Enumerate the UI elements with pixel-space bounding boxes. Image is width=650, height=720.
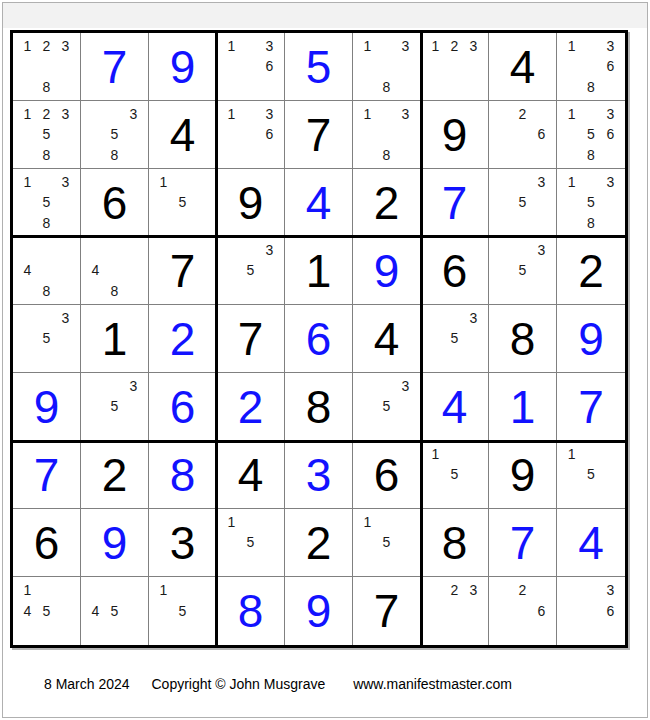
cell-value: 5 [306, 44, 332, 90]
cell-r5c1[interactable]: 35 [13, 305, 81, 373]
cell-r8c9[interactable]: 4 [557, 509, 625, 577]
candidate-digit: 8 [377, 145, 396, 165]
candidate-digit: 3 [601, 580, 620, 601]
cell-r7c4[interactable]: 4 [217, 441, 285, 509]
cell-r3c9[interactable]: 1358 [557, 169, 625, 237]
cell-r2c7[interactable]: 9 [421, 101, 489, 169]
cell-r6c4[interactable]: 2 [217, 373, 285, 441]
candidate-grid: 138 [358, 36, 415, 97]
cell-r7c5[interactable]: 3 [285, 441, 353, 509]
cell-value: 7 [170, 248, 196, 294]
cell-r9c7[interactable]: 23 [421, 577, 489, 645]
candidate-digit: 5 [377, 532, 396, 552]
candidate-digit: 8 [37, 281, 56, 301]
candidate-grid: 15 [222, 512, 279, 573]
cell-value: 8 [442, 520, 468, 566]
candidate-digit: 1 [358, 512, 377, 532]
cell-r3c4[interactable]: 9 [217, 169, 285, 237]
cell-r6c3[interactable]: 6 [149, 373, 217, 441]
candidate-grid: 15 [358, 512, 415, 573]
cell-value: 4 [374, 316, 400, 362]
cell-r4c2[interactable]: 48 [81, 237, 149, 305]
candidate-grid: 145 [18, 580, 75, 642]
cell-r3c8[interactable]: 35 [489, 169, 557, 237]
cell-value: 4 [170, 112, 196, 158]
candidate-digit: 1 [154, 172, 173, 192]
candidate-digit: 1 [358, 104, 377, 124]
candidate-digit: 6 [601, 124, 620, 144]
cell-value: 7 [238, 316, 264, 362]
cell-value: 7 [442, 180, 468, 226]
candidate-digit: 5 [173, 192, 192, 212]
cell-value: 8 [238, 588, 264, 634]
cell-r6c9[interactable]: 7 [557, 373, 625, 441]
cell-r1c2[interactable]: 7 [81, 33, 149, 101]
cell-value: 8 [306, 384, 332, 430]
cell-r9c9[interactable]: 36 [557, 577, 625, 645]
candidate-digit: 5 [105, 124, 124, 144]
candidate-grid: 358 [86, 104, 143, 165]
cell-r9c8[interactable]: 26 [489, 577, 557, 645]
cell-r9c1[interactable]: 145 [13, 577, 81, 645]
candidate-grid: 15 [154, 172, 211, 233]
cell-r9c6[interactable]: 7 [353, 577, 421, 645]
candidate-digit: 2 [37, 36, 56, 56]
cell-r1c4[interactable]: 136 [217, 33, 285, 101]
cell-value: 2 [238, 384, 264, 430]
cell-value: 6 [102, 180, 128, 226]
cell-r7c6[interactable]: 6 [353, 441, 421, 509]
cell-r3c5[interactable]: 4 [285, 169, 353, 237]
candidate-digit: 3 [601, 104, 620, 124]
candidate-grid: 35 [18, 308, 75, 369]
candidate-digit: 5 [105, 396, 124, 416]
cell-r1c3[interactable]: 9 [149, 33, 217, 101]
cell-r4c4[interactable]: 35 [217, 237, 285, 305]
candidate-grid: 45 [86, 580, 143, 642]
cell-value: 4 [510, 44, 536, 90]
candidate-grid: 12358 [18, 104, 75, 165]
cell-value: 2 [102, 452, 128, 498]
candidate-digit: 6 [601, 601, 620, 622]
candidate-digit: 3 [56, 104, 75, 124]
cell-r9c2[interactable]: 45 [81, 577, 149, 645]
candidate-digit: 3 [532, 172, 551, 192]
cell-r8c7[interactable]: 8 [421, 509, 489, 577]
candidate-digit: 1 [18, 104, 37, 124]
candidate-digit: 5 [241, 260, 260, 280]
candidate-digit: 4 [18, 601, 37, 622]
candidate-digit: 4 [86, 260, 105, 280]
footer-date: 8 March 2024 [44, 676, 130, 692]
candidate-digit: 2 [513, 580, 532, 601]
candidate-grid: 1358 [18, 172, 75, 233]
cell-r2c1[interactable]: 12358 [13, 101, 81, 169]
candidate-digit: 4 [18, 260, 37, 280]
cell-r6c6[interactable]: 35 [353, 373, 421, 441]
cell-value: 2 [578, 248, 604, 294]
cell-value: 9 [102, 520, 128, 566]
candidate-digit: 3 [601, 172, 620, 192]
candidate-digit: 1 [426, 444, 445, 464]
cell-value: 9 [34, 384, 60, 430]
cell-r3c7[interactable]: 7 [421, 169, 489, 237]
candidate-digit: 5 [377, 396, 396, 416]
candidate-digit: 3 [396, 104, 415, 124]
cell-r7c2[interactable]: 2 [81, 441, 149, 509]
candidate-digit: 3 [56, 36, 75, 56]
cell-value: 8 [170, 452, 196, 498]
cell-value: 6 [170, 384, 196, 430]
cell-value: 3 [170, 520, 196, 566]
cell-value: 2 [306, 520, 332, 566]
candidate-digit: 8 [581, 77, 600, 97]
box-divider [420, 33, 423, 645]
candidate-digit: 2 [445, 36, 464, 56]
cell-r2c9[interactable]: 13568 [557, 101, 625, 169]
cell-r1c5[interactable]: 5 [285, 33, 353, 101]
cell-r3c3[interactable]: 15 [149, 169, 217, 237]
candidate-grid: 23 [426, 580, 483, 642]
cell-r8c5[interactable]: 2 [285, 509, 353, 577]
candidate-digit: 8 [37, 77, 56, 97]
candidate-digit: 3 [124, 104, 143, 124]
cell-r2c2[interactable]: 358 [81, 101, 149, 169]
candidate-digit: 2 [513, 104, 532, 124]
candidate-digit: 6 [532, 124, 551, 144]
cell-value: 7 [374, 588, 400, 634]
candidate-grid: 123 [426, 36, 483, 97]
candidate-digit: 5 [37, 192, 56, 212]
cell-r8c3[interactable]: 3 [149, 509, 217, 577]
cell-value: 9 [170, 44, 196, 90]
cell-r8c2[interactable]: 9 [81, 509, 149, 577]
candidate-digit: 5 [581, 124, 600, 144]
candidate-digit: 6 [260, 124, 279, 144]
candidate-grid: 26 [494, 104, 551, 165]
candidate-digit: 1 [426, 36, 445, 56]
candidate-digit: 1 [358, 36, 377, 56]
cell-value: 4 [442, 384, 468, 430]
candidate-digit: 5 [241, 532, 260, 552]
cell-r5c2[interactable]: 1 [81, 305, 149, 373]
cell-value: 9 [578, 316, 604, 362]
candidate-digit: 5 [37, 328, 56, 348]
cell-r1c1[interactable]: 1238 [13, 33, 81, 101]
candidate-grid: 35 [426, 308, 483, 369]
cell-r4c5[interactable]: 1 [285, 237, 353, 305]
candidate-grid: 26 [494, 580, 551, 642]
candidate-digit: 3 [601, 36, 620, 56]
candidate-digit: 5 [37, 124, 56, 144]
candidate-grid: 35 [222, 240, 279, 301]
cell-r1c9[interactable]: 1368 [557, 33, 625, 101]
cell-r9c5[interactable]: 9 [285, 577, 353, 645]
cell-r2c3[interactable]: 4 [149, 101, 217, 169]
candidate-digit: 6 [260, 56, 279, 76]
candidate-digit: 3 [464, 36, 483, 56]
cell-value: 6 [442, 248, 468, 294]
cell-r1c8[interactable]: 4 [489, 33, 557, 101]
candidate-digit: 8 [37, 213, 56, 233]
cell-r4c1[interactable]: 48 [13, 237, 81, 305]
cell-r1c6[interactable]: 138 [353, 33, 421, 101]
candidate-digit: 2 [37, 104, 56, 124]
candidate-digit: 5 [513, 192, 532, 212]
candidate-grid: 13568 [562, 104, 620, 165]
cell-value: 7 [306, 112, 332, 158]
candidate-grid: 1368 [562, 36, 620, 97]
candidate-digit: 6 [601, 56, 620, 76]
candidate-digit: 1 [18, 580, 37, 601]
candidate-digit: 3 [260, 104, 279, 124]
candidate-grid: 15 [426, 444, 483, 505]
candidate-digit: 1 [18, 36, 37, 56]
cell-r4c7[interactable]: 6 [421, 237, 489, 305]
candidate-digit: 1 [562, 104, 581, 124]
header-strip [3, 3, 647, 28]
cell-r6c8[interactable]: 1 [489, 373, 557, 441]
footer: 8 March 2024 Copyright © John Musgrave w… [44, 676, 512, 692]
cell-r6c1[interactable]: 9 [13, 373, 81, 441]
candidate-grid: 1238 [18, 36, 75, 97]
candidate-digit: 3 [260, 240, 279, 260]
cell-r5c6[interactable]: 4 [353, 305, 421, 373]
footer-copyright: Copyright © John Musgrave [152, 676, 326, 692]
candidate-grid: 15 [562, 444, 620, 505]
cell-value: 3 [306, 452, 332, 498]
candidate-digit: 5 [513, 260, 532, 280]
cell-r5c8[interactable]: 8 [489, 305, 557, 373]
candidate-digit: 1 [222, 512, 241, 532]
cell-r4c9[interactable]: 2 [557, 237, 625, 305]
candidate-digit: 3 [260, 36, 279, 56]
cell-r5c5[interactable]: 6 [285, 305, 353, 373]
cell-value: 7 [510, 520, 536, 566]
candidate-digit: 8 [581, 213, 600, 233]
cell-r8c4[interactable]: 15 [217, 509, 285, 577]
candidate-digit: 5 [37, 601, 56, 622]
cell-r2c4[interactable]: 136 [217, 101, 285, 169]
candidate-digit: 8 [105, 145, 124, 165]
candidate-digit: 3 [56, 308, 75, 328]
cell-r8c6[interactable]: 15 [353, 509, 421, 577]
cell-value: 8 [510, 316, 536, 362]
candidate-grid: 48 [18, 240, 75, 301]
cell-r5c7[interactable]: 35 [421, 305, 489, 373]
cell-r6c2[interactable]: 35 [81, 373, 149, 441]
candidate-grid: 35 [494, 240, 551, 301]
candidate-digit: 8 [105, 281, 124, 301]
cell-value: 7 [34, 452, 60, 498]
cell-value: 9 [374, 248, 400, 294]
cell-r7c7[interactable]: 15 [421, 441, 489, 509]
cell-value: 9 [510, 452, 536, 498]
cell-r4c3[interactable]: 7 [149, 237, 217, 305]
candidate-grid: 15 [154, 580, 211, 642]
candidate-digit: 8 [37, 145, 56, 165]
cell-value: 2 [374, 180, 400, 226]
cell-r7c9[interactable]: 15 [557, 441, 625, 509]
cell-r5c3[interactable]: 2 [149, 305, 217, 373]
candidate-grid: 35 [86, 376, 143, 437]
candidate-digit: 3 [464, 308, 483, 328]
candidate-digit: 5 [581, 464, 600, 484]
candidate-grid: 36 [562, 580, 620, 642]
cell-r2c8[interactable]: 26 [489, 101, 557, 169]
candidate-digit: 8 [581, 145, 600, 165]
candidate-digit: 1 [222, 104, 241, 124]
candidate-digit: 1 [154, 580, 173, 601]
cell-value: 1 [510, 384, 536, 430]
candidate-digit: 1 [18, 172, 37, 192]
candidate-digit: 1 [562, 36, 581, 56]
candidate-grid: 35 [358, 376, 415, 437]
cell-value: 4 [578, 520, 604, 566]
cell-value: 6 [374, 452, 400, 498]
candidate-digit: 3 [56, 172, 75, 192]
cell-value: 4 [306, 180, 332, 226]
cell-value: 9 [238, 180, 264, 226]
cell-value: 9 [306, 588, 332, 634]
cell-r3c2[interactable]: 6 [81, 169, 149, 237]
candidate-digit: 1 [222, 36, 241, 56]
candidate-digit: 1 [562, 444, 581, 464]
cell-value: 7 [102, 44, 128, 90]
candidate-digit: 5 [445, 328, 464, 348]
candidate-digit: 4 [86, 601, 105, 622]
cell-r7c3[interactable]: 8 [149, 441, 217, 509]
candidate-grid: 136 [222, 104, 279, 165]
candidate-grid: 48 [86, 240, 143, 301]
candidate-digit: 3 [396, 36, 415, 56]
cell-r7c8[interactable]: 9 [489, 441, 557, 509]
candidate-digit: 5 [445, 464, 464, 484]
cell-r1c7[interactable]: 123 [421, 33, 489, 101]
candidate-grid: 138 [358, 104, 415, 165]
candidate-grid: 136 [222, 36, 279, 97]
candidate-grid: 35 [494, 172, 551, 233]
page: 1238791365138123413681235835841367138926… [0, 0, 650, 720]
candidate-digit: 8 [377, 77, 396, 97]
box-divider [13, 440, 625, 443]
candidate-digit: 6 [532, 601, 551, 622]
cell-value: 6 [34, 520, 60, 566]
box-divider [13, 235, 625, 238]
cell-r9c4[interactable]: 8 [217, 577, 285, 645]
cell-r8c8[interactable]: 7 [489, 509, 557, 577]
candidate-digit: 5 [105, 601, 124, 622]
cell-r6c5[interactable]: 8 [285, 373, 353, 441]
cell-r2c6[interactable]: 138 [353, 101, 421, 169]
cell-r3c1[interactable]: 1358 [13, 169, 81, 237]
candidate-digit: 2 [445, 580, 464, 601]
cell-value: 1 [306, 248, 332, 294]
cell-r8c1[interactable]: 6 [13, 509, 81, 577]
cell-value: 7 [578, 384, 604, 430]
cell-r5c4[interactable]: 7 [217, 305, 285, 373]
candidate-digit: 3 [532, 240, 551, 260]
sudoku-board: 1238791365138123413681235835841367138926… [10, 30, 628, 648]
cell-value: 1 [102, 316, 128, 362]
cell-r7c1[interactable]: 7 [13, 441, 81, 509]
candidate-digit: 5 [173, 601, 192, 622]
cell-r5c9[interactable]: 9 [557, 305, 625, 373]
candidate-digit: 3 [464, 580, 483, 601]
cell-r9c3[interactable]: 15 [149, 577, 217, 645]
cell-value: 9 [442, 112, 468, 158]
footer-website: www.manifestmaster.com [353, 676, 512, 692]
candidate-digit: 3 [396, 376, 415, 396]
cell-r4c8[interactable]: 35 [489, 237, 557, 305]
candidate-digit: 1 [562, 172, 581, 192]
candidate-digit: 3 [124, 376, 143, 396]
box-divider [215, 33, 218, 645]
cell-r6c7[interactable]: 4 [421, 373, 489, 441]
candidate-digit: 5 [581, 192, 600, 212]
cell-value: 4 [238, 452, 264, 498]
cell-value: 2 [170, 316, 196, 362]
candidate-grid: 1358 [562, 172, 620, 233]
cell-r2c5[interactable]: 7 [285, 101, 353, 169]
cell-value: 6 [306, 316, 332, 362]
cell-r3c6[interactable]: 2 [353, 169, 421, 237]
cell-r4c6[interactable]: 9 [353, 237, 421, 305]
